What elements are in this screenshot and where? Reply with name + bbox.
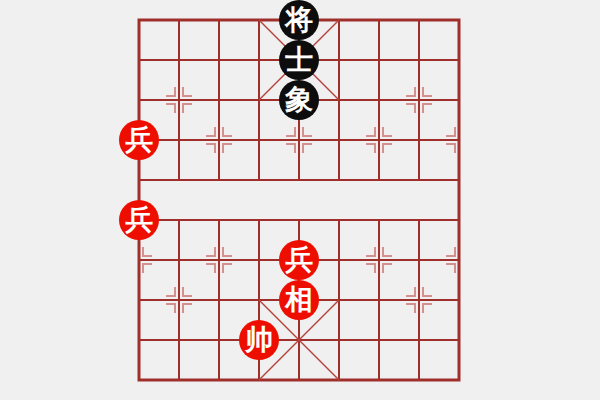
red-soldier-a4[interactable]: 兵 — [119, 120, 159, 160]
board-point-red-soldier-a4: 兵 — [119, 120, 159, 160]
black-elephant[interactable]: 象 — [279, 80, 319, 120]
red-general[interactable]: 帅 — [239, 320, 279, 360]
black-general[interactable]: 将 — [279, 0, 319, 40]
board-point-red-general: 帅 — [239, 320, 279, 360]
board-point-black-general: 将 — [279, 0, 319, 40]
red-soldier-a6[interactable]: 兵 — [119, 200, 159, 240]
board-point-black-advisor: 士 — [279, 40, 319, 80]
red-soldier-e7[interactable]: 兵 — [279, 240, 319, 280]
board-pieces: 将士象兵兵兵相帅 — [119, 0, 479, 400]
xiangqi-board: 将士象兵兵兵相帅 — [0, 0, 600, 400]
board-point-black-elephant: 象 — [279, 80, 319, 120]
board-point-red-elephant: 相 — [279, 280, 319, 320]
black-advisor[interactable]: 士 — [279, 40, 319, 80]
board-point-red-soldier-e7: 兵 — [279, 240, 319, 280]
board-point-red-soldier-a6: 兵 — [119, 200, 159, 240]
red-elephant[interactable]: 相 — [279, 280, 319, 320]
